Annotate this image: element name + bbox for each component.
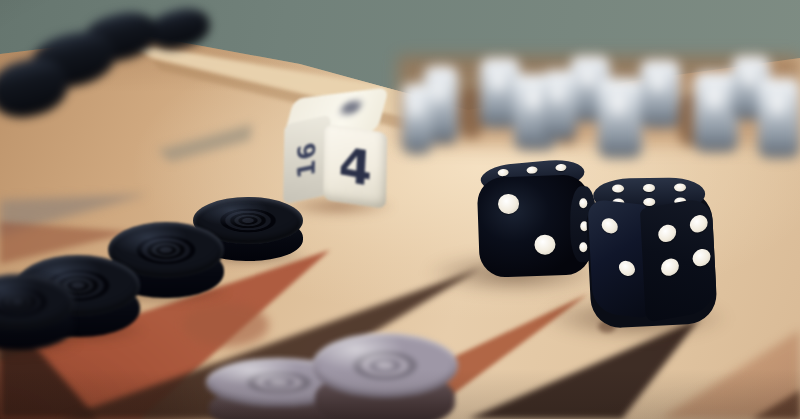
metal-checker-blurred: [640, 60, 680, 128]
die-right-front-right-face-four: [640, 196, 717, 322]
black-die-right: [582, 173, 719, 326]
metal-checker-blurred: [542, 70, 576, 140]
metal-checkers-row-blurred: [402, 44, 800, 166]
doubling-cube-top-marking: [339, 100, 362, 116]
black-die-left: [472, 156, 598, 278]
metal-checker-blurred: [598, 78, 642, 158]
metal-checker-foreground: [312, 333, 458, 419]
doubling-cube-front-face: 4: [323, 124, 387, 209]
backgammon-photo-scene: 16 4: [0, 0, 800, 419]
doubling-cube-side-value: 16: [293, 139, 322, 180]
left-red-point-fragment: [183, 303, 269, 347]
metal-checker-blurred: [402, 84, 432, 154]
black-checkers-row-blurred: [0, 8, 250, 138]
metal-checker-blurred: [758, 78, 800, 158]
doubling-cube-front-value: 4: [337, 136, 373, 198]
doubling-cube: 16 4: [280, 93, 390, 211]
black-checker: [0, 274, 74, 350]
